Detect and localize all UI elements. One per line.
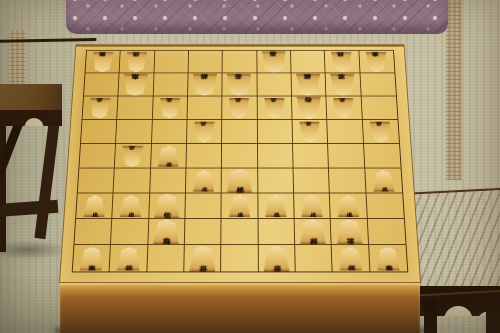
board-cell[interactable] bbox=[366, 193, 404, 218]
board-cell[interactable]: 銀将 bbox=[295, 219, 332, 245]
board-cell[interactable] bbox=[258, 144, 294, 168]
board-cell[interactable] bbox=[153, 73, 188, 96]
board-cell[interactable]: 歩兵 bbox=[113, 193, 150, 218]
board-cell[interactable]: 歩兵 bbox=[292, 120, 328, 144]
board-cell[interactable] bbox=[222, 144, 258, 168]
board-cell[interactable] bbox=[79, 144, 116, 168]
shogi-piece-pawn[interactable]: 歩兵 bbox=[82, 195, 107, 217]
shogi-piece-knight[interactable]: 桂馬 bbox=[330, 52, 354, 72]
board-cell[interactable] bbox=[360, 73, 396, 96]
board-cell[interactable]: 銀将 bbox=[291, 73, 326, 96]
board-cell[interactable]: 香車 bbox=[369, 245, 407, 272]
shogi-piece-pawn[interactable]: 歩兵 bbox=[336, 195, 360, 217]
board-cell[interactable] bbox=[329, 168, 366, 193]
board-cell[interactable] bbox=[116, 120, 152, 144]
shogi-piece-bishop[interactable]: 角行 bbox=[295, 97, 323, 120]
board-cell[interactable] bbox=[222, 120, 257, 144]
board-cell[interactable] bbox=[147, 245, 185, 272]
board-cell[interactable]: 歩兵 bbox=[327, 96, 363, 120]
board-cell[interactable] bbox=[257, 120, 293, 144]
board-cell[interactable] bbox=[84, 73, 120, 96]
shogi-piece-silver[interactable]: 銀将 bbox=[295, 74, 322, 96]
left-stand-apron bbox=[0, 110, 62, 126]
board-cell[interactable]: 歩兵 bbox=[365, 168, 402, 193]
shogi-piece-rook[interactable]: 飛車 bbox=[122, 74, 150, 96]
board-cell[interactable] bbox=[364, 144, 401, 168]
left-stand-shadow bbox=[0, 240, 70, 260]
shogi-piece-pawn[interactable]: 歩兵 bbox=[228, 195, 251, 217]
shogi-piece-pawn[interactable]: 歩兵 bbox=[300, 195, 324, 217]
board-cell[interactable]: 香車 bbox=[73, 245, 111, 272]
board-cell[interactable]: 角行 bbox=[292, 96, 328, 120]
shogi-piece-silver[interactable]: 銀将 bbox=[298, 219, 327, 244]
shogi-piece-lance[interactable]: 香車 bbox=[91, 52, 115, 72]
board-cell[interactable] bbox=[258, 219, 295, 245]
board-cell[interactable]: 歩兵 bbox=[152, 96, 188, 120]
board-cell[interactable] bbox=[78, 168, 115, 193]
board-cell[interactable]: 歩兵 bbox=[186, 168, 222, 193]
shogi-piece-silver[interactable]: 銀将 bbox=[191, 74, 218, 96]
board-cell[interactable]: 桂馬 bbox=[325, 51, 360, 74]
board-cell[interactable] bbox=[328, 120, 364, 144]
board-cell[interactable]: 金将 bbox=[258, 245, 295, 272]
board-cell[interactable]: 歩兵 bbox=[258, 193, 295, 218]
board-cell[interactable]: 歩兵 bbox=[257, 96, 292, 120]
shogi-piece-knight[interactable]: 桂馬 bbox=[338, 247, 364, 271]
shogi-piece-lance[interactable]: 香車 bbox=[375, 247, 401, 271]
shogi-board: 香車桂馬金将桂馬香車飛車銀将金将銀将王将歩兵歩兵歩兵歩兵角行歩兵歩兵歩兵歩兵歩兵… bbox=[59, 44, 421, 283]
shogi-piece-pawn[interactable]: 歩兵 bbox=[119, 195, 143, 217]
board-cell[interactable] bbox=[111, 219, 149, 245]
board-cell[interactable] bbox=[291, 51, 326, 74]
left-side-stand bbox=[0, 84, 62, 112]
board-cell[interactable] bbox=[258, 168, 294, 193]
shogi-piece-pawn[interactable]: 歩兵 bbox=[371, 170, 395, 191]
board-cell[interactable] bbox=[185, 193, 222, 218]
board-cell[interactable]: 香車 bbox=[85, 51, 120, 74]
shogi-piece-pawn[interactable]: 歩兵 bbox=[88, 98, 112, 118]
board-cell[interactable] bbox=[186, 144, 222, 168]
scene: 香車桂馬金将桂馬香車飛車銀将金将銀将王将歩兵歩兵歩兵歩兵角行歩兵歩兵歩兵歩兵歩兵… bbox=[0, 0, 500, 333]
shogi-piece-silver[interactable]: 銀将 bbox=[226, 169, 254, 193]
shogi-piece-gold[interactable]: 金将 bbox=[262, 246, 291, 272]
board-cell[interactable] bbox=[185, 219, 222, 245]
shogi-piece-pawn[interactable]: 歩兵 bbox=[228, 98, 250, 118]
board-cell[interactable]: 飛車 bbox=[119, 73, 154, 96]
board-cell[interactable] bbox=[188, 51, 223, 74]
board-cell[interactable] bbox=[74, 219, 112, 245]
shogi-piece-pawn[interactable]: 歩兵 bbox=[298, 122, 321, 143]
board-cell[interactable] bbox=[117, 96, 153, 120]
board-cell[interactable]: 銀将 bbox=[222, 168, 258, 193]
board-cell[interactable] bbox=[295, 245, 333, 272]
board-grid: 香車桂馬金将桂馬香車飛車銀将金将銀将王将歩兵歩兵歩兵歩兵角行歩兵歩兵歩兵歩兵歩兵… bbox=[72, 50, 409, 273]
board-cell[interactable] bbox=[187, 96, 222, 120]
board-cell[interactable]: 金将 bbox=[184, 245, 221, 272]
board-cell[interactable]: 歩兵 bbox=[82, 96, 118, 120]
board-cell[interactable]: 歩兵 bbox=[363, 120, 400, 144]
board-cell[interactable] bbox=[150, 168, 187, 193]
board-cell[interactable] bbox=[221, 245, 258, 272]
zabuton-cushion bbox=[66, 0, 448, 34]
shogi-piece-king[interactable]: 玉将 bbox=[335, 219, 365, 244]
board-cell[interactable]: 玉将 bbox=[331, 219, 369, 245]
board-cell[interactable]: 金将 bbox=[223, 73, 258, 96]
board-cell[interactable] bbox=[154, 51, 189, 74]
shogi-piece-gold[interactable]: 金将 bbox=[226, 74, 253, 96]
shogi-piece-pawn[interactable]: 歩兵 bbox=[264, 195, 288, 217]
shogi-piece-pawn[interactable]: 歩兵 bbox=[158, 98, 181, 118]
board-cell[interactable]: 歩兵 bbox=[330, 193, 367, 218]
board-cell[interactable]: 歩兵 bbox=[115, 144, 152, 168]
board-cell[interactable]: 桂馬 bbox=[110, 245, 148, 272]
board-cell[interactable]: 桂馬 bbox=[332, 245, 370, 272]
shogi-piece-knight[interactable]: 桂馬 bbox=[125, 52, 149, 72]
board-cell[interactable]: 歩兵 bbox=[76, 193, 114, 218]
board-cell[interactable]: 歩兵 bbox=[222, 96, 257, 120]
board-cell[interactable] bbox=[328, 144, 365, 168]
shogi-piece-gold[interactable]: 金将 bbox=[260, 51, 287, 73]
board-cell[interactable]: 角行 bbox=[149, 193, 186, 218]
board-cell[interactable]: 金将 bbox=[257, 51, 291, 74]
shogi-piece-king[interactable]: 王将 bbox=[329, 74, 357, 96]
board-cell[interactable] bbox=[223, 51, 257, 74]
tatami-edge-band bbox=[446, 0, 462, 180]
board-cell[interactable] bbox=[222, 219, 259, 245]
board-cell[interactable]: 王将 bbox=[326, 73, 361, 96]
shogi-piece-lance[interactable]: 香車 bbox=[365, 52, 389, 72]
board-cell[interactable]: 香車 bbox=[359, 51, 394, 74]
shogi-piece-pawn[interactable]: 歩兵 bbox=[193, 122, 216, 143]
board-cell[interactable]: 歩兵 bbox=[151, 144, 187, 168]
board-cell[interactable]: 歩兵 bbox=[222, 193, 258, 218]
shogi-piece-lance[interactable]: 香車 bbox=[78, 247, 104, 271]
board-cell[interactable] bbox=[294, 168, 331, 193]
board-cell[interactable] bbox=[81, 120, 118, 144]
shogi-piece-knight[interactable]: 桂馬 bbox=[116, 247, 142, 271]
board-cell[interactable]: 桂馬 bbox=[120, 51, 155, 74]
board-cell[interactable]: 歩兵 bbox=[294, 193, 331, 218]
board-top-face: 香車桂馬金将桂馬香車飛車銀将金将銀将王将歩兵歩兵歩兵歩兵角行歩兵歩兵歩兵歩兵歩兵… bbox=[59, 44, 421, 283]
board-cell[interactable] bbox=[293, 144, 329, 168]
shogi-piece-pawn[interactable]: 歩兵 bbox=[157, 146, 180, 167]
board-cell[interactable]: 銀将 bbox=[188, 73, 223, 96]
board-cell[interactable] bbox=[361, 96, 397, 120]
shogi-piece-gold[interactable]: 金将 bbox=[188, 246, 217, 272]
shogi-piece-rook[interactable]: 飛車 bbox=[152, 219, 181, 244]
board-cell[interactable] bbox=[152, 120, 188, 144]
board-cell[interactable] bbox=[257, 73, 292, 96]
shogi-piece-bishop[interactable]: 角行 bbox=[153, 194, 182, 219]
shogi-piece-pawn[interactable]: 歩兵 bbox=[192, 170, 215, 191]
board-cell[interactable] bbox=[114, 168, 151, 193]
shogi-piece-pawn[interactable]: 歩兵 bbox=[263, 98, 286, 118]
board-cell[interactable] bbox=[367, 219, 405, 245]
shogi-piece-pawn[interactable]: 歩兵 bbox=[332, 98, 355, 118]
board-cell[interactable]: 飛車 bbox=[148, 219, 185, 245]
shogi-piece-pawn[interactable]: 歩兵 bbox=[369, 122, 393, 143]
shogi-piece-pawn[interactable]: 歩兵 bbox=[121, 146, 145, 167]
tatami-shading bbox=[0, 273, 500, 333]
board-cell[interactable]: 歩兵 bbox=[187, 120, 223, 144]
